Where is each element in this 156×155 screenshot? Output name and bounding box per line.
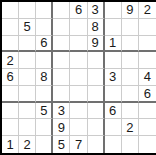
sudoku-cell-r8c9[interactable] bbox=[139, 119, 156, 136]
sudoku-cell-r9c8[interactable] bbox=[122, 136, 139, 153]
sudoku-cell-r5c2[interactable] bbox=[19, 69, 36, 86]
sudoku-cell-r5c6[interactable] bbox=[88, 69, 105, 86]
sudoku-cell-r6c1[interactable] bbox=[2, 86, 19, 103]
sudoku-cell-r2c2[interactable]: 5 bbox=[19, 19, 36, 36]
sudoku-cell-r3c7[interactable]: 1 bbox=[105, 36, 122, 53]
sudoku-cell-r3c2[interactable] bbox=[19, 36, 36, 53]
sudoku-cell-r3c4[interactable] bbox=[53, 36, 70, 53]
sudoku-cell-r2c8[interactable] bbox=[122, 19, 139, 36]
sudoku-cell-r4c4[interactable] bbox=[53, 52, 70, 69]
sudoku-cell-r8c8[interactable]: 2 bbox=[122, 119, 139, 136]
sudoku-cell-r5c9[interactable]: 4 bbox=[139, 69, 156, 86]
sudoku-cell-r3c1[interactable] bbox=[2, 36, 19, 53]
sudoku-cell-r7c7[interactable]: 6 bbox=[105, 103, 122, 120]
sudoku-cell-r2c3[interactable] bbox=[36, 19, 53, 36]
sudoku-cell-r5c7[interactable]: 3 bbox=[105, 69, 122, 86]
sudoku-cell-r7c5[interactable] bbox=[70, 103, 87, 120]
sudoku-cell-r3c5[interactable] bbox=[70, 36, 87, 53]
sudoku-cell-r9c6[interactable] bbox=[88, 136, 105, 153]
sudoku-cell-r9c2[interactable]: 2 bbox=[19, 136, 36, 153]
sudoku-cell-r6c4[interactable] bbox=[53, 86, 70, 103]
sudoku-cell-r7c8[interactable] bbox=[122, 103, 139, 120]
sudoku-cell-r9c9[interactable] bbox=[139, 136, 156, 153]
sudoku-cell-r4c3[interactable] bbox=[36, 52, 53, 69]
sudoku-cell-r4c2[interactable] bbox=[19, 52, 36, 69]
sudoku-cell-r8c5[interactable] bbox=[70, 119, 87, 136]
sudoku-cell-r2c7[interactable] bbox=[105, 19, 122, 36]
sudoku-cell-r9c4[interactable]: 5 bbox=[53, 136, 70, 153]
sudoku-cell-r3c3[interactable]: 6 bbox=[36, 36, 53, 53]
sudoku-cell-r5c4[interactable] bbox=[53, 69, 70, 86]
sudoku-cell-r6c9[interactable]: 6 bbox=[139, 86, 156, 103]
sudoku-cell-r1c3[interactable] bbox=[36, 2, 53, 19]
sudoku-cell-r8c4[interactable]: 9 bbox=[53, 119, 70, 136]
sudoku-cell-r4c6[interactable] bbox=[88, 52, 105, 69]
sudoku-board: 639258691268346536921257 bbox=[0, 0, 156, 155]
sudoku-cell-r8c1[interactable] bbox=[2, 119, 19, 136]
sudoku-cell-r3c6[interactable]: 9 bbox=[88, 36, 105, 53]
sudoku-cell-r4c1[interactable]: 2 bbox=[2, 52, 19, 69]
sudoku-cell-r6c5[interactable] bbox=[70, 86, 87, 103]
sudoku-cell-r1c6[interactable]: 3 bbox=[88, 2, 105, 19]
sudoku-cell-r9c1[interactable]: 1 bbox=[2, 136, 19, 153]
sudoku-cell-r7c6[interactable] bbox=[88, 103, 105, 120]
sudoku-cell-r7c1[interactable] bbox=[2, 103, 19, 120]
sudoku-cell-r7c9[interactable] bbox=[139, 103, 156, 120]
sudoku-cell-r8c2[interactable] bbox=[19, 119, 36, 136]
sudoku-cell-r7c3[interactable]: 5 bbox=[36, 103, 53, 120]
sudoku-cell-r2c1[interactable] bbox=[2, 19, 19, 36]
sudoku-cell-r8c6[interactable] bbox=[88, 119, 105, 136]
sudoku-cell-r9c3[interactable] bbox=[36, 136, 53, 153]
sudoku-cell-r1c7[interactable] bbox=[105, 2, 122, 19]
sudoku-cell-r2c4[interactable] bbox=[53, 19, 70, 36]
sudoku-cell-r1c2[interactable] bbox=[19, 2, 36, 19]
sudoku-cell-r8c3[interactable] bbox=[36, 119, 53, 136]
sudoku-cell-r6c2[interactable] bbox=[19, 86, 36, 103]
sudoku-cell-r2c6[interactable]: 8 bbox=[88, 19, 105, 36]
sudoku-cell-r5c8[interactable] bbox=[122, 69, 139, 86]
sudoku-cell-r6c6[interactable] bbox=[88, 86, 105, 103]
sudoku-cell-r9c5[interactable]: 7 bbox=[70, 136, 87, 153]
sudoku-cell-r4c8[interactable] bbox=[122, 52, 139, 69]
sudoku-cell-r5c3[interactable]: 8 bbox=[36, 69, 53, 86]
sudoku-cell-r6c7[interactable] bbox=[105, 86, 122, 103]
sudoku-cell-r8c7[interactable] bbox=[105, 119, 122, 136]
sudoku-cell-r4c5[interactable] bbox=[70, 52, 87, 69]
sudoku-cell-r1c8[interactable]: 9 bbox=[122, 2, 139, 19]
sudoku-cell-r6c3[interactable] bbox=[36, 86, 53, 103]
sudoku-cell-r1c5[interactable]: 6 bbox=[70, 2, 87, 19]
sudoku-cell-r3c9[interactable] bbox=[139, 36, 156, 53]
sudoku-cell-r2c5[interactable] bbox=[70, 19, 87, 36]
sudoku-cell-r9c7[interactable] bbox=[105, 136, 122, 153]
sudoku-cell-r1c1[interactable] bbox=[2, 2, 19, 19]
sudoku-cell-r3c8[interactable] bbox=[122, 36, 139, 53]
sudoku-cell-r1c9[interactable]: 2 bbox=[139, 2, 156, 19]
sudoku-cell-r4c9[interactable] bbox=[139, 52, 156, 69]
sudoku-cell-r4c7[interactable] bbox=[105, 52, 122, 69]
sudoku-cell-r7c4[interactable]: 3 bbox=[53, 103, 70, 120]
sudoku-cell-r6c8[interactable] bbox=[122, 86, 139, 103]
sudoku-cell-r5c5[interactable] bbox=[70, 69, 87, 86]
sudoku-cell-r1c4[interactable] bbox=[53, 2, 70, 19]
sudoku-cell-r7c2[interactable] bbox=[19, 103, 36, 120]
sudoku-cell-r2c9[interactable] bbox=[139, 19, 156, 36]
sudoku-cell-r5c1[interactable]: 6 bbox=[2, 69, 19, 86]
